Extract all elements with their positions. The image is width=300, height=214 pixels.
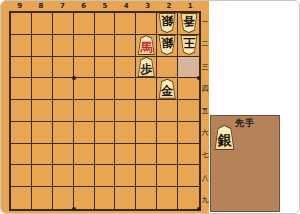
square-3-9[interactable] (136, 187, 157, 209)
piece-promoted-bishop[interactable]: 馬 (137, 35, 155, 55)
square-4-3[interactable] (115, 57, 136, 79)
square-9-5[interactable] (11, 100, 32, 122)
square-9-1[interactable] (11, 13, 32, 35)
file-labels: 987654321 (9, 1, 201, 11)
square-4-8[interactable] (115, 165, 136, 187)
square-1-2[interactable]: 王 (178, 35, 199, 57)
rank-label-4: 四 (200, 78, 210, 100)
square-3-6[interactable] (136, 122, 157, 144)
square-5-3[interactable] (95, 57, 116, 79)
square-5-4[interactable] (95, 78, 116, 100)
square-6-2[interactable] (74, 35, 95, 57)
piece-gold[interactable]: 金 (158, 79, 176, 99)
square-8-7[interactable] (32, 144, 53, 166)
square-9-2[interactable] (11, 35, 32, 57)
square-2-6[interactable] (157, 122, 178, 144)
square-2-8[interactable] (157, 165, 178, 187)
file-label-2: 2 (158, 1, 179, 11)
square-7-6[interactable] (53, 122, 74, 144)
square-4-5[interactable] (115, 100, 136, 122)
square-6-5[interactable] (74, 100, 95, 122)
square-5-6[interactable] (95, 122, 116, 144)
square-5-1[interactable] (95, 13, 116, 35)
piece-silver[interactable]: 銀 (158, 13, 176, 33)
square-6-3[interactable] (74, 57, 95, 79)
square-3-1[interactable] (136, 13, 157, 35)
square-4-6[interactable] (115, 122, 136, 144)
file-label-8: 8 (30, 1, 51, 11)
file-label-6: 6 (73, 1, 94, 11)
file-label-1: 1 (180, 1, 201, 11)
file-label-3: 3 (137, 1, 158, 11)
square-4-7[interactable] (115, 144, 136, 166)
square-6-1[interactable] (74, 13, 95, 35)
square-6-7[interactable] (74, 144, 95, 166)
square-8-5[interactable] (32, 100, 53, 122)
piece-lance[interactable]: 香 (180, 13, 198, 33)
diagram-frame: 987654321 一二三四五六七八九 銀香馬銀王歩金 先手 銀 (0, 0, 300, 214)
square-7-7[interactable] (53, 144, 74, 166)
square-7-4[interactable] (53, 78, 74, 100)
square-9-3[interactable] (11, 57, 32, 79)
square-5-9[interactable] (95, 187, 116, 209)
square-5-2[interactable] (95, 35, 116, 57)
square-8-2[interactable] (32, 35, 53, 57)
square-1-6[interactable] (178, 122, 199, 144)
hand-pieces: 銀 (214, 125, 235, 150)
square-9-4[interactable] (11, 78, 32, 100)
komadai-sente: 先手 銀 (210, 115, 280, 212)
rank-label-8: 八 (200, 167, 210, 189)
square-2-4[interactable]: 金 (157, 78, 178, 100)
square-2-7[interactable] (157, 144, 178, 166)
piece-pawn[interactable]: 歩 (137, 57, 155, 77)
rank-label-3: 三 (200, 55, 210, 77)
square-6-8[interactable] (74, 165, 95, 187)
square-3-3[interactable]: 歩 (136, 57, 157, 79)
square-2-9[interactable] (157, 187, 178, 209)
square-8-9[interactable] (32, 187, 53, 209)
square-9-9[interactable] (11, 187, 32, 209)
square-8-3[interactable] (32, 57, 53, 79)
square-1-8[interactable] (178, 165, 199, 187)
square-1-7[interactable] (178, 144, 199, 166)
square-8-1[interactable] (32, 13, 53, 35)
square-3-2[interactable]: 馬 (136, 35, 157, 57)
rank-labels: 一二三四五六七八九 (200, 11, 210, 211)
file-label-5: 5 (94, 1, 115, 11)
rank-label-2: 二 (200, 33, 210, 55)
square-6-9[interactable] (74, 187, 95, 209)
star-point (197, 76, 201, 80)
square-6-6[interactable] (74, 122, 95, 144)
square-8-8[interactable] (32, 165, 53, 187)
piece-king[interactable]: 王 (180, 35, 198, 55)
square-7-8[interactable] (53, 165, 74, 187)
square-3-4[interactable] (136, 78, 157, 100)
square-3-8[interactable] (136, 165, 157, 187)
square-1-3[interactable] (178, 57, 199, 79)
square-4-2[interactable] (115, 35, 136, 57)
square-5-8[interactable] (95, 165, 116, 187)
square-5-7[interactable] (95, 144, 116, 166)
square-1-1[interactable]: 香 (178, 13, 199, 35)
square-2-2[interactable]: 銀 (157, 35, 178, 57)
file-label-7: 7 (52, 1, 73, 11)
star-point (72, 207, 76, 211)
square-8-6[interactable] (32, 122, 53, 144)
shogi-board: 987654321 一二三四五六七八九 銀香馬銀王歩金 (1, 1, 209, 213)
board-grid: 銀香馬銀王歩金 (9, 11, 201, 211)
square-7-1[interactable] (53, 13, 74, 35)
square-7-5[interactable] (53, 100, 74, 122)
square-3-7[interactable] (136, 144, 157, 166)
square-9-8[interactable] (11, 165, 32, 187)
square-5-5[interactable] (95, 100, 116, 122)
square-4-9[interactable] (115, 187, 136, 209)
rank-label-9: 九 (200, 189, 210, 211)
square-1-5[interactable] (178, 100, 199, 122)
square-3-5[interactable] (136, 100, 157, 122)
rank-label-1: 一 (200, 11, 210, 33)
square-6-4[interactable] (74, 78, 95, 100)
square-7-2[interactable] (53, 35, 74, 57)
rank-label-6: 六 (200, 122, 210, 144)
square-7-3[interactable] (53, 57, 74, 79)
square-9-7[interactable] (11, 144, 32, 166)
rank-label-5: 五 (200, 100, 210, 122)
file-label-4: 4 (116, 1, 137, 11)
piece-silver[interactable]: 銀 (158, 35, 176, 55)
square-2-1[interactable]: 銀 (157, 13, 178, 35)
square-1-4[interactable] (178, 78, 199, 100)
square-4-1[interactable] (115, 13, 136, 35)
piece-silver-in-hand[interactable]: 銀 (214, 125, 235, 150)
square-1-9[interactable] (178, 187, 199, 209)
file-label-9: 9 (9, 1, 30, 11)
square-8-4[interactable] (32, 78, 53, 100)
star-point (197, 207, 201, 211)
square-7-9[interactable] (53, 187, 74, 209)
square-2-3[interactable] (157, 57, 178, 79)
square-2-5[interactable] (157, 100, 178, 122)
square-4-4[interactable] (115, 78, 136, 100)
star-point (72, 76, 76, 80)
rank-label-7: 七 (200, 144, 210, 166)
square-9-6[interactable] (11, 122, 32, 144)
